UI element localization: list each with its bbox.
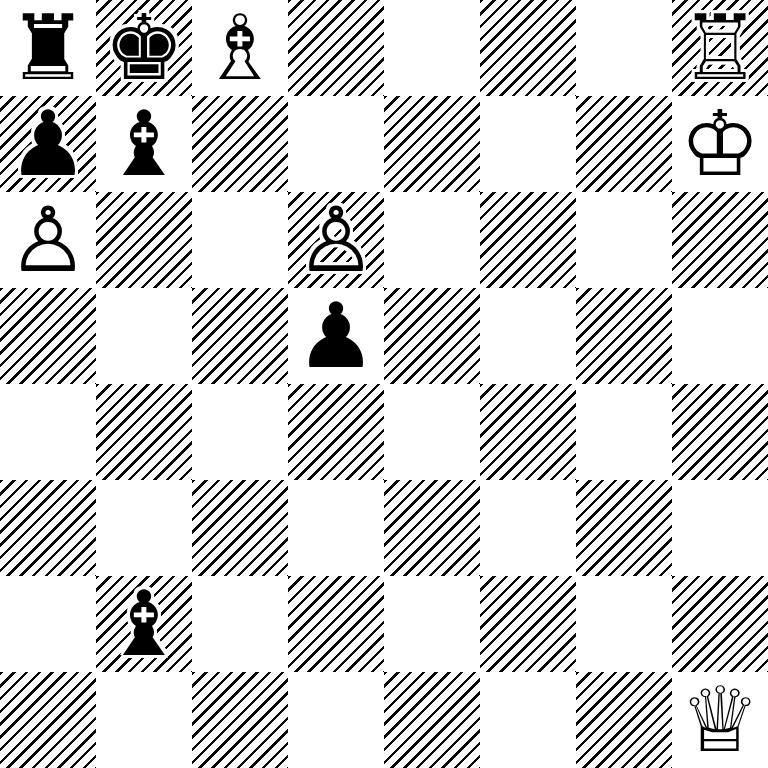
square-g5[interactable] xyxy=(576,288,672,384)
square-e3[interactable] xyxy=(384,480,480,576)
square-f7[interactable] xyxy=(480,96,576,192)
square-f6[interactable] xyxy=(480,192,576,288)
square-d6[interactable]: ♙ xyxy=(288,192,384,288)
square-a5[interactable] xyxy=(0,288,96,384)
piece-white-bishop: ♗ xyxy=(200,0,281,96)
square-g6[interactable] xyxy=(576,192,672,288)
square-f5[interactable] xyxy=(480,288,576,384)
square-f4[interactable] xyxy=(480,384,576,480)
square-c5[interactable] xyxy=(192,288,288,384)
square-g8[interactable] xyxy=(576,0,672,96)
square-c7[interactable] xyxy=(192,96,288,192)
square-g2[interactable] xyxy=(576,576,672,672)
square-b6[interactable] xyxy=(96,192,192,288)
square-a1[interactable] xyxy=(0,672,96,768)
square-d7[interactable] xyxy=(288,96,384,192)
square-a6[interactable]: ♙ xyxy=(0,192,96,288)
piece-black-rook: ♜ xyxy=(8,0,89,96)
square-c1[interactable] xyxy=(192,672,288,768)
square-h8[interactable]: ♖ xyxy=(672,0,768,96)
square-d2[interactable] xyxy=(288,576,384,672)
square-a7[interactable]: ♟ xyxy=(0,96,96,192)
square-e7[interactable] xyxy=(384,96,480,192)
square-e1[interactable] xyxy=(384,672,480,768)
square-e8[interactable] xyxy=(384,0,480,96)
square-a3[interactable] xyxy=(0,480,96,576)
square-h4[interactable] xyxy=(672,384,768,480)
square-g3[interactable] xyxy=(576,480,672,576)
square-e2[interactable] xyxy=(384,576,480,672)
piece-black-king: ♚ xyxy=(104,0,185,96)
square-d1[interactable] xyxy=(288,672,384,768)
square-c4[interactable] xyxy=(192,384,288,480)
square-h6[interactable] xyxy=(672,192,768,288)
piece-black-pawn: ♟ xyxy=(296,288,377,384)
square-f2[interactable] xyxy=(480,576,576,672)
square-b1[interactable] xyxy=(96,672,192,768)
square-h1[interactable]: ♕ xyxy=(672,672,768,768)
piece-white-rook: ♖ xyxy=(680,0,761,96)
piece-black-bishop: ♝ xyxy=(104,96,185,192)
square-a2[interactable] xyxy=(0,576,96,672)
square-f3[interactable] xyxy=(480,480,576,576)
square-c2[interactable] xyxy=(192,576,288,672)
piece-white-queen: ♕ xyxy=(680,672,761,768)
piece-black-pawn: ♟ xyxy=(8,96,89,192)
square-b2[interactable]: ♝ xyxy=(96,576,192,672)
square-b5[interactable] xyxy=(96,288,192,384)
square-d5[interactable]: ♟ xyxy=(288,288,384,384)
square-b4[interactable] xyxy=(96,384,192,480)
square-d4[interactable] xyxy=(288,384,384,480)
square-h3[interactable] xyxy=(672,480,768,576)
square-h5[interactable] xyxy=(672,288,768,384)
square-b8[interactable]: ♚ xyxy=(96,0,192,96)
square-e4[interactable] xyxy=(384,384,480,480)
square-h2[interactable] xyxy=(672,576,768,672)
square-f8[interactable] xyxy=(480,0,576,96)
piece-white-pawn: ♙ xyxy=(8,192,89,288)
piece-white-pawn: ♙ xyxy=(296,192,377,288)
square-e6[interactable] xyxy=(384,192,480,288)
piece-black-bishop: ♝ xyxy=(104,576,185,672)
square-f1[interactable] xyxy=(480,672,576,768)
square-a4[interactable] xyxy=(0,384,96,480)
square-b7[interactable]: ♝ xyxy=(96,96,192,192)
square-c8[interactable]: ♗ xyxy=(192,0,288,96)
square-d3[interactable] xyxy=(288,480,384,576)
square-e5[interactable] xyxy=(384,288,480,384)
chess-board: ♜♚♗♖♟♝♔♙♙♟♝♕ xyxy=(0,0,768,768)
square-g1[interactable] xyxy=(576,672,672,768)
square-g4[interactable] xyxy=(576,384,672,480)
square-c6[interactable] xyxy=(192,192,288,288)
piece-white-king: ♔ xyxy=(680,96,761,192)
square-a8[interactable]: ♜ xyxy=(0,0,96,96)
square-h7[interactable]: ♔ xyxy=(672,96,768,192)
square-d8[interactable] xyxy=(288,0,384,96)
square-c3[interactable] xyxy=(192,480,288,576)
square-g7[interactable] xyxy=(576,96,672,192)
square-b3[interactable] xyxy=(96,480,192,576)
